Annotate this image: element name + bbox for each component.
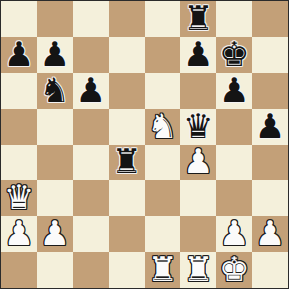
square-b3[interactable] — [37, 180, 73, 216]
white-pawn[interactable]: ♟ — [4, 216, 34, 250]
square-f4[interactable]: ♟ — [180, 145, 216, 181]
square-e1[interactable]: ♜ — [145, 252, 181, 288]
square-e3[interactable] — [145, 180, 181, 216]
square-c3[interactable] — [73, 180, 109, 216]
square-a8[interactable] — [1, 1, 37, 37]
square-h6[interactable] — [252, 73, 288, 109]
square-e4[interactable] — [145, 145, 181, 181]
white-knight[interactable]: ♞ — [147, 109, 177, 143]
square-e6[interactable] — [145, 73, 181, 109]
square-h1[interactable] — [252, 252, 288, 288]
square-e2[interactable] — [145, 216, 181, 252]
square-c1[interactable] — [73, 252, 109, 288]
square-c4[interactable] — [73, 145, 109, 181]
square-d7[interactable] — [109, 37, 145, 73]
square-b8[interactable] — [37, 1, 73, 37]
black-pawn[interactable]: ♟ — [75, 73, 105, 107]
black-pawn[interactable]: ♟ — [183, 37, 213, 71]
square-c6[interactable]: ♟ — [73, 73, 109, 109]
white-queen[interactable]: ♛ — [4, 180, 34, 214]
square-h4[interactable] — [252, 145, 288, 181]
black-rook[interactable]: ♜ — [183, 1, 213, 35]
square-a4[interactable] — [1, 145, 37, 181]
square-e8[interactable] — [145, 1, 181, 37]
square-g8[interactable] — [216, 1, 252, 37]
white-king[interactable]: ♚ — [219, 252, 249, 286]
square-c7[interactable] — [73, 37, 109, 73]
white-pawn[interactable]: ♟ — [183, 145, 213, 179]
square-e7[interactable] — [145, 37, 181, 73]
square-b7[interactable]: ♟ — [37, 37, 73, 73]
square-f3[interactable] — [180, 180, 216, 216]
square-d8[interactable] — [109, 1, 145, 37]
chess-board: ♜♟♟♟♚♞♟♟♞♛♟♜♟♛♟♟♟♟♜♜♚ — [0, 0, 289, 289]
square-d6[interactable] — [109, 73, 145, 109]
square-a1[interactable] — [1, 252, 37, 288]
square-b6[interactable]: ♞ — [37, 73, 73, 109]
square-a7[interactable]: ♟ — [1, 37, 37, 73]
square-f8[interactable]: ♜ — [180, 1, 216, 37]
square-g1[interactable]: ♚ — [216, 252, 252, 288]
black-queen[interactable]: ♛ — [183, 109, 213, 143]
square-g7[interactable]: ♚ — [216, 37, 252, 73]
square-e5[interactable]: ♞ — [145, 109, 181, 145]
black-pawn[interactable]: ♟ — [255, 109, 285, 143]
square-c8[interactable] — [73, 1, 109, 37]
square-d2[interactable] — [109, 216, 145, 252]
square-h3[interactable] — [252, 180, 288, 216]
square-a5[interactable] — [1, 109, 37, 145]
square-h5[interactable]: ♟ — [252, 109, 288, 145]
square-g6[interactable]: ♟ — [216, 73, 252, 109]
black-king[interactable]: ♚ — [219, 37, 249, 71]
square-c5[interactable] — [73, 109, 109, 145]
black-knight[interactable]: ♞ — [40, 73, 70, 107]
square-c2[interactable] — [73, 216, 109, 252]
black-rook[interactable]: ♜ — [111, 145, 141, 179]
square-h7[interactable] — [252, 37, 288, 73]
square-g5[interactable] — [216, 109, 252, 145]
square-f6[interactable] — [180, 73, 216, 109]
square-d1[interactable] — [109, 252, 145, 288]
square-a6[interactable] — [1, 73, 37, 109]
black-pawn[interactable]: ♟ — [219, 73, 249, 107]
square-b1[interactable] — [37, 252, 73, 288]
square-b5[interactable] — [37, 109, 73, 145]
square-d4[interactable]: ♜ — [109, 145, 145, 181]
square-g4[interactable] — [216, 145, 252, 181]
black-pawn[interactable]: ♟ — [4, 37, 34, 71]
square-b2[interactable]: ♟ — [37, 216, 73, 252]
square-f5[interactable]: ♛ — [180, 109, 216, 145]
square-a3[interactable]: ♛ — [1, 180, 37, 216]
white-rook[interactable]: ♜ — [183, 252, 213, 286]
white-pawn[interactable]: ♟ — [40, 216, 70, 250]
square-a2[interactable]: ♟ — [1, 216, 37, 252]
white-pawn[interactable]: ♟ — [219, 216, 249, 250]
white-rook[interactable]: ♜ — [147, 252, 177, 286]
square-g3[interactable] — [216, 180, 252, 216]
square-f7[interactable]: ♟ — [180, 37, 216, 73]
square-b4[interactable] — [37, 145, 73, 181]
square-d3[interactable] — [109, 180, 145, 216]
black-pawn[interactable]: ♟ — [40, 37, 70, 71]
white-pawn[interactable]: ♟ — [255, 216, 285, 250]
square-h8[interactable] — [252, 1, 288, 37]
square-f2[interactable] — [180, 216, 216, 252]
square-d5[interactable] — [109, 109, 145, 145]
square-h2[interactable]: ♟ — [252, 216, 288, 252]
square-f1[interactable]: ♜ — [180, 252, 216, 288]
square-g2[interactable]: ♟ — [216, 216, 252, 252]
